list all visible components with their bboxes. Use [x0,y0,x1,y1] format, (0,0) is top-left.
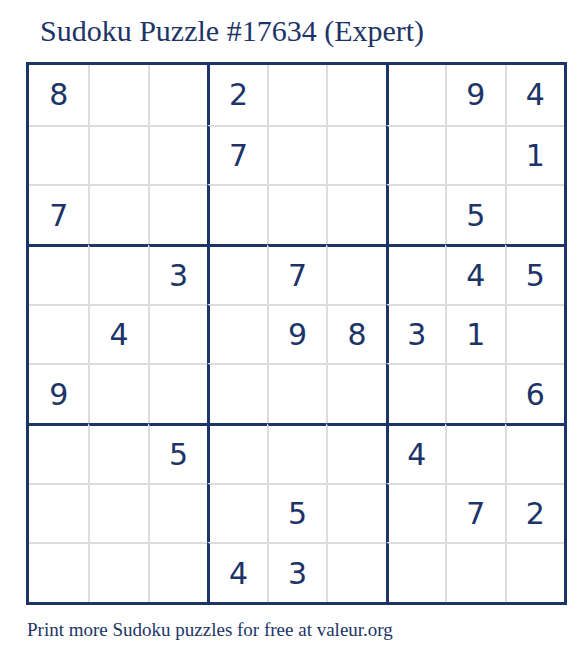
cell-r1c9: 4 [505,65,564,125]
cell-r3c7 [386,184,445,244]
cell-r7c8 [445,423,504,483]
cell-r2c9: 1 [505,125,564,185]
cell-r2c3 [148,125,207,185]
cell-r5c5: 9 [267,304,326,364]
page-title: Sudoku Puzzle #17634 (Expert) [40,13,580,49]
cell-r9c2 [88,542,147,602]
cell-r6c8 [445,363,504,423]
cell-r1c5 [267,65,326,125]
cell-r9c1 [29,542,88,602]
cell-r1c8: 9 [445,65,504,125]
cell-r2c2 [88,125,147,185]
cell-r4c7 [386,244,445,304]
cell-r8c2 [88,483,147,543]
cell-r2c8 [445,125,504,185]
cell-r4c9: 5 [505,244,564,304]
cell-r1c3 [148,65,207,125]
cell-r5c7: 3 [386,304,445,364]
cell-r5c6: 8 [326,304,385,364]
cell-r6c3 [148,363,207,423]
cell-r3c9 [505,184,564,244]
cell-r8c9: 2 [505,483,564,543]
cell-r9c5: 3 [267,542,326,602]
cell-r4c4 [207,244,266,304]
cell-r6c9: 6 [505,363,564,423]
cell-r7c3: 5 [148,423,207,483]
cell-r1c6 [326,65,385,125]
cell-r3c8: 5 [445,184,504,244]
cell-r7c2 [88,423,147,483]
cell-r3c3 [148,184,207,244]
cell-r8c5: 5 [267,483,326,543]
cell-r9c4: 4 [207,542,266,602]
cell-r3c6 [326,184,385,244]
footer-text: Print more Sudoku puzzles for free at va… [27,619,580,641]
cell-r9c7 [386,542,445,602]
cell-r8c8: 7 [445,483,504,543]
cell-r5c4 [207,304,266,364]
cell-r8c6 [326,483,385,543]
cell-r4c3: 3 [148,244,207,304]
cell-r8c1 [29,483,88,543]
cell-r9c9 [505,542,564,602]
cell-r7c9 [505,423,564,483]
cell-r5c9 [505,304,564,364]
cell-r2c4: 7 [207,125,266,185]
cell-r7c1 [29,423,88,483]
cell-r9c6 [326,542,385,602]
cell-r5c2: 4 [88,304,147,364]
cell-r1c4: 2 [207,65,266,125]
cell-r9c8 [445,542,504,602]
cell-r9c3 [148,542,207,602]
cell-r4c1 [29,244,88,304]
cell-r3c5 [267,184,326,244]
cell-r3c4 [207,184,266,244]
cell-r1c2 [88,65,147,125]
cell-r2c5 [267,125,326,185]
cell-r2c6 [326,125,385,185]
cell-r6c5 [267,363,326,423]
cell-r6c1: 9 [29,363,88,423]
cell-r7c7: 4 [386,423,445,483]
cell-r7c4 [207,423,266,483]
cell-r6c6 [326,363,385,423]
cell-r2c1 [29,125,88,185]
cell-r7c6 [326,423,385,483]
cell-r4c6 [326,244,385,304]
cell-r4c2 [88,244,147,304]
cell-r8c4 [207,483,266,543]
cell-r4c5: 7 [267,244,326,304]
cell-r6c2 [88,363,147,423]
cell-r6c4 [207,363,266,423]
sudoku-grid: 82947175374549831965457243 [26,62,567,605]
cell-r1c7 [386,65,445,125]
cell-r2c7 [386,125,445,185]
cell-r3c1: 7 [29,184,88,244]
cell-r5c1 [29,304,88,364]
cell-r6c7 [386,363,445,423]
cell-r8c3 [148,483,207,543]
cell-r8c7 [386,483,445,543]
cell-r1c1: 8 [29,65,88,125]
cell-r4c8: 4 [445,244,504,304]
cell-r7c5 [267,423,326,483]
cell-r5c8: 1 [445,304,504,364]
cell-r5c3 [148,304,207,364]
cell-r3c2 [88,184,147,244]
